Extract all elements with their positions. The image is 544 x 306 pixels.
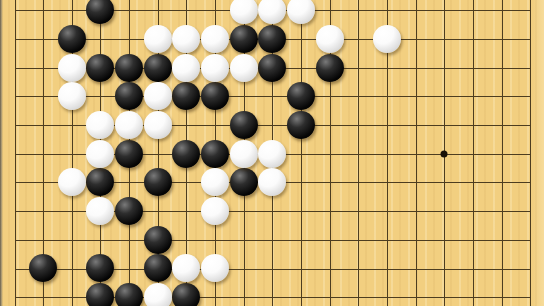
black-stone bbox=[172, 82, 200, 110]
white-stone-C13 bbox=[57, 53, 86, 82]
white-stone bbox=[287, 0, 315, 24]
white-stone-H8 bbox=[201, 197, 230, 226]
white-stone bbox=[86, 197, 114, 225]
black-stone-H10 bbox=[201, 139, 230, 168]
white-stone bbox=[172, 254, 200, 282]
white-stone-F5 bbox=[143, 283, 172, 306]
black-stone bbox=[115, 54, 143, 82]
white-stone bbox=[144, 283, 172, 306]
white-stone bbox=[172, 54, 200, 82]
black-stone bbox=[144, 168, 172, 196]
black-stone bbox=[115, 140, 143, 168]
white-stone-K15 bbox=[258, 0, 287, 25]
black-stone bbox=[287, 111, 315, 139]
black-stone-E12 bbox=[115, 82, 144, 111]
white-stone-O14 bbox=[373, 25, 402, 54]
black-stone-H12 bbox=[201, 82, 230, 111]
go-board[interactable] bbox=[0, 0, 544, 306]
black-stone bbox=[86, 283, 114, 306]
black-stone bbox=[316, 54, 344, 82]
white-stone-F12 bbox=[143, 82, 172, 111]
black-stone bbox=[115, 82, 143, 110]
black-stone bbox=[86, 168, 114, 196]
black-stone-E5 bbox=[115, 283, 144, 306]
white-stone-K10 bbox=[258, 139, 287, 168]
white-stone bbox=[144, 82, 172, 110]
white-stone bbox=[258, 140, 286, 168]
black-stone bbox=[29, 254, 57, 282]
black-stone bbox=[230, 168, 258, 196]
black-stone-J11 bbox=[229, 111, 258, 140]
black-stone-F13 bbox=[143, 53, 172, 82]
white-stone-D11 bbox=[86, 111, 115, 140]
white-stone-D8 bbox=[86, 197, 115, 226]
white-stone-F14 bbox=[143, 25, 172, 54]
black-stone-F7 bbox=[143, 225, 172, 254]
black-stone-G12 bbox=[172, 82, 201, 111]
white-stone bbox=[230, 0, 258, 24]
black-stone-M13 bbox=[315, 53, 344, 82]
black-stone bbox=[86, 0, 114, 24]
black-stone-K13 bbox=[258, 53, 287, 82]
black-stone bbox=[201, 82, 229, 110]
black-stone-B6 bbox=[29, 254, 58, 283]
white-stone bbox=[144, 25, 172, 53]
white-stone bbox=[58, 168, 86, 196]
white-stone bbox=[201, 168, 229, 196]
white-stone bbox=[316, 25, 344, 53]
black-stone-K14 bbox=[258, 25, 287, 54]
black-stone bbox=[86, 54, 114, 82]
white-stone-H14 bbox=[201, 25, 230, 54]
black-stone-G10 bbox=[172, 139, 201, 168]
white-stone bbox=[201, 197, 229, 225]
white-stone bbox=[115, 111, 143, 139]
white-stone bbox=[201, 25, 229, 53]
black-stone bbox=[58, 25, 86, 53]
white-stone bbox=[230, 54, 258, 82]
white-stone bbox=[172, 25, 200, 53]
white-stone-M14 bbox=[315, 25, 344, 54]
white-stone bbox=[258, 0, 286, 24]
board-intersection-grid bbox=[0, 0, 544, 306]
white-stone bbox=[86, 111, 114, 139]
black-stone-D9 bbox=[86, 168, 115, 197]
black-stone-D6 bbox=[86, 254, 115, 283]
white-stone-F11 bbox=[143, 111, 172, 140]
black-stone-G5 bbox=[172, 283, 201, 306]
white-stone-C9 bbox=[57, 168, 86, 197]
white-stone-E11 bbox=[115, 111, 144, 140]
black-stone bbox=[172, 283, 200, 306]
white-stone bbox=[58, 82, 86, 110]
board-right-margin bbox=[533, 0, 544, 306]
black-stone-E13 bbox=[115, 53, 144, 82]
white-stone-K9 bbox=[258, 168, 287, 197]
white-stone bbox=[258, 168, 286, 196]
black-stone-C14 bbox=[57, 25, 86, 54]
go-app-window bbox=[0, 0, 544, 306]
black-stone bbox=[258, 54, 286, 82]
black-stone bbox=[144, 226, 172, 254]
black-stone bbox=[144, 254, 172, 282]
black-stone-D15 bbox=[86, 0, 115, 25]
white-stone-H13 bbox=[201, 53, 230, 82]
black-stone-F6 bbox=[143, 254, 172, 283]
black-stone-J9 bbox=[229, 168, 258, 197]
black-stone bbox=[230, 25, 258, 53]
white-stone-J15 bbox=[229, 0, 258, 25]
white-stone bbox=[144, 111, 172, 139]
black-stone-D13 bbox=[86, 53, 115, 82]
white-stone-G6 bbox=[172, 254, 201, 283]
black-stone bbox=[115, 197, 143, 225]
white-stone bbox=[373, 25, 401, 53]
black-stone-L12 bbox=[287, 82, 316, 111]
black-stone bbox=[144, 54, 172, 82]
white-stone-H9 bbox=[201, 168, 230, 197]
black-stone bbox=[172, 140, 200, 168]
black-stone-E10 bbox=[115, 139, 144, 168]
white-stone-C12 bbox=[57, 82, 86, 111]
black-stone bbox=[287, 82, 315, 110]
black-stone-J14 bbox=[229, 25, 258, 54]
white-stone bbox=[230, 140, 258, 168]
white-stone bbox=[86, 140, 114, 168]
white-stone-L15 bbox=[287, 0, 316, 25]
black-stone bbox=[201, 140, 229, 168]
black-stone bbox=[230, 111, 258, 139]
window-left-edge bbox=[0, 0, 3, 306]
white-stone-G14 bbox=[172, 25, 201, 54]
white-stone bbox=[201, 254, 229, 282]
white-stone-J13 bbox=[229, 53, 258, 82]
black-stone-E8 bbox=[115, 197, 144, 226]
black-stone-D5 bbox=[86, 283, 115, 306]
white-stone-G13 bbox=[172, 53, 201, 82]
black-stone bbox=[86, 254, 114, 282]
white-stone bbox=[58, 54, 86, 82]
white-stone bbox=[201, 54, 229, 82]
white-stone-H6 bbox=[201, 254, 230, 283]
black-stone-L11 bbox=[287, 111, 316, 140]
black-stone bbox=[258, 25, 286, 53]
white-stone-J10 bbox=[229, 139, 258, 168]
black-stone-F9 bbox=[143, 168, 172, 197]
white-stone-D10 bbox=[86, 139, 115, 168]
black-stone bbox=[115, 283, 143, 306]
